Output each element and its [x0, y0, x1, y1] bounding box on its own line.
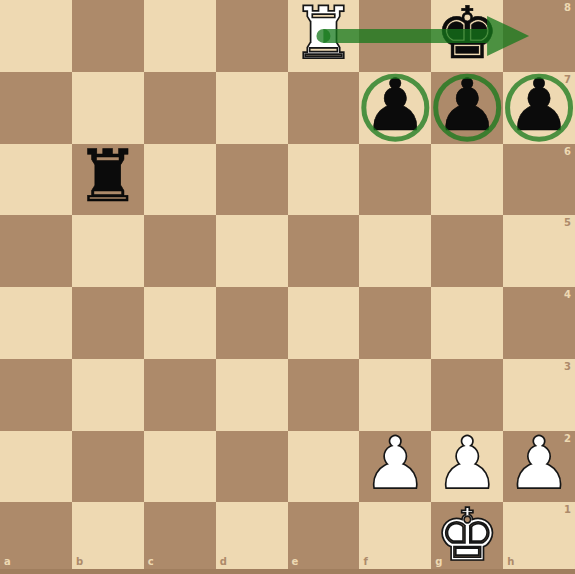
piece-white-pawn-g2[interactable]: ♟	[431, 428, 503, 500]
file-label-f: f	[363, 557, 367, 567]
square-g1[interactable]: g♚	[431, 502, 503, 574]
square-c6[interactable]	[144, 144, 216, 216]
file-label-b: b	[76, 557, 83, 567]
square-h1[interactable]: h1	[503, 502, 575, 574]
piece-black-pawn-h7[interactable]: ♟	[503, 69, 575, 141]
rank-label-6: 6	[564, 147, 571, 157]
square-f4[interactable]	[359, 287, 431, 359]
square-a3[interactable]	[0, 359, 72, 431]
piece-white-king-g1[interactable]: ♚	[431, 499, 503, 571]
square-b7[interactable]	[72, 72, 144, 144]
chess-board: ♜♚8♟♟7♟♜6543♟♟2♟abcdefg♚h1	[0, 0, 575, 574]
square-h2[interactable]: 2♟	[503, 431, 575, 503]
square-d6[interactable]	[216, 144, 288, 216]
piece-black-pawn-g7[interactable]: ♟	[431, 69, 503, 141]
square-b6[interactable]: ♜	[72, 144, 144, 216]
piece-black-pawn-f7[interactable]: ♟	[359, 69, 431, 141]
square-a1[interactable]: a	[0, 502, 72, 574]
square-d7[interactable]	[216, 72, 288, 144]
square-c7[interactable]	[144, 72, 216, 144]
square-b5[interactable]	[72, 215, 144, 287]
piece-white-pawn-h2[interactable]: ♟	[503, 428, 575, 500]
square-e5[interactable]	[288, 215, 360, 287]
chess-board-area: ♜♚8♟♟7♟♜6543♟♟2♟abcdefg♚h1	[0, 0, 575, 574]
square-g8[interactable]: ♚	[431, 0, 503, 72]
square-b2[interactable]	[72, 431, 144, 503]
square-a6[interactable]	[0, 144, 72, 216]
square-e4[interactable]	[288, 287, 360, 359]
rank-label-5: 5	[564, 218, 571, 228]
piece-white-pawn-f2[interactable]: ♟	[359, 428, 431, 500]
square-a2[interactable]	[0, 431, 72, 503]
square-d2[interactable]	[216, 431, 288, 503]
rank-label-1: 1	[564, 505, 571, 515]
square-b8[interactable]	[72, 0, 144, 72]
square-c3[interactable]	[144, 359, 216, 431]
square-h4[interactable]: 4	[503, 287, 575, 359]
file-label-c: c	[148, 557, 154, 567]
square-e2[interactable]	[288, 431, 360, 503]
square-f1[interactable]: f	[359, 502, 431, 574]
square-f8[interactable]	[359, 0, 431, 72]
square-d5[interactable]	[216, 215, 288, 287]
rank-label-8: 8	[564, 3, 571, 13]
square-d1[interactable]: d	[216, 502, 288, 574]
piece-black-rook-b6[interactable]: ♜	[72, 141, 144, 213]
piece-black-king-g8[interactable]: ♚	[431, 0, 503, 69]
square-f7[interactable]: ♟	[359, 72, 431, 144]
file-label-h: h	[507, 557, 514, 567]
square-a4[interactable]	[0, 287, 72, 359]
square-d4[interactable]	[216, 287, 288, 359]
square-e7[interactable]	[288, 72, 360, 144]
rank-label-4: 4	[564, 290, 571, 300]
square-b1[interactable]: b	[72, 502, 144, 574]
rank-label-3: 3	[564, 362, 571, 372]
square-c8[interactable]	[144, 0, 216, 72]
square-c4[interactable]	[144, 287, 216, 359]
square-b4[interactable]	[72, 287, 144, 359]
square-h6[interactable]: 6	[503, 144, 575, 216]
file-label-a: a	[4, 557, 11, 567]
square-g4[interactable]	[431, 287, 503, 359]
square-a5[interactable]	[0, 215, 72, 287]
square-d8[interactable]	[216, 0, 288, 72]
square-g3[interactable]	[431, 359, 503, 431]
file-label-d: d	[220, 557, 227, 567]
square-h5[interactable]: 5	[503, 215, 575, 287]
square-f5[interactable]	[359, 215, 431, 287]
square-d3[interactable]	[216, 359, 288, 431]
square-f3[interactable]	[359, 359, 431, 431]
board-bottom-edge	[0, 569, 575, 574]
square-f6[interactable]	[359, 144, 431, 216]
square-f2[interactable]: ♟	[359, 431, 431, 503]
square-e8[interactable]: ♜	[288, 0, 360, 72]
square-g7[interactable]: ♟	[431, 72, 503, 144]
square-a7[interactable]	[0, 72, 72, 144]
square-a8[interactable]	[0, 0, 72, 72]
square-g6[interactable]	[431, 144, 503, 216]
square-c5[interactable]	[144, 215, 216, 287]
square-c1[interactable]: c	[144, 502, 216, 574]
square-e6[interactable]	[288, 144, 360, 216]
square-g5[interactable]	[431, 215, 503, 287]
square-e3[interactable]	[288, 359, 360, 431]
square-h8[interactable]: 8	[503, 0, 575, 72]
file-label-e: e	[292, 557, 299, 567]
piece-white-rook-e8[interactable]: ♜	[288, 0, 360, 69]
square-c2[interactable]	[144, 431, 216, 503]
square-g2[interactable]: ♟	[431, 431, 503, 503]
square-h7[interactable]: 7♟	[503, 72, 575, 144]
square-h3[interactable]: 3	[503, 359, 575, 431]
square-b3[interactable]	[72, 359, 144, 431]
square-e1[interactable]: e	[288, 502, 360, 574]
